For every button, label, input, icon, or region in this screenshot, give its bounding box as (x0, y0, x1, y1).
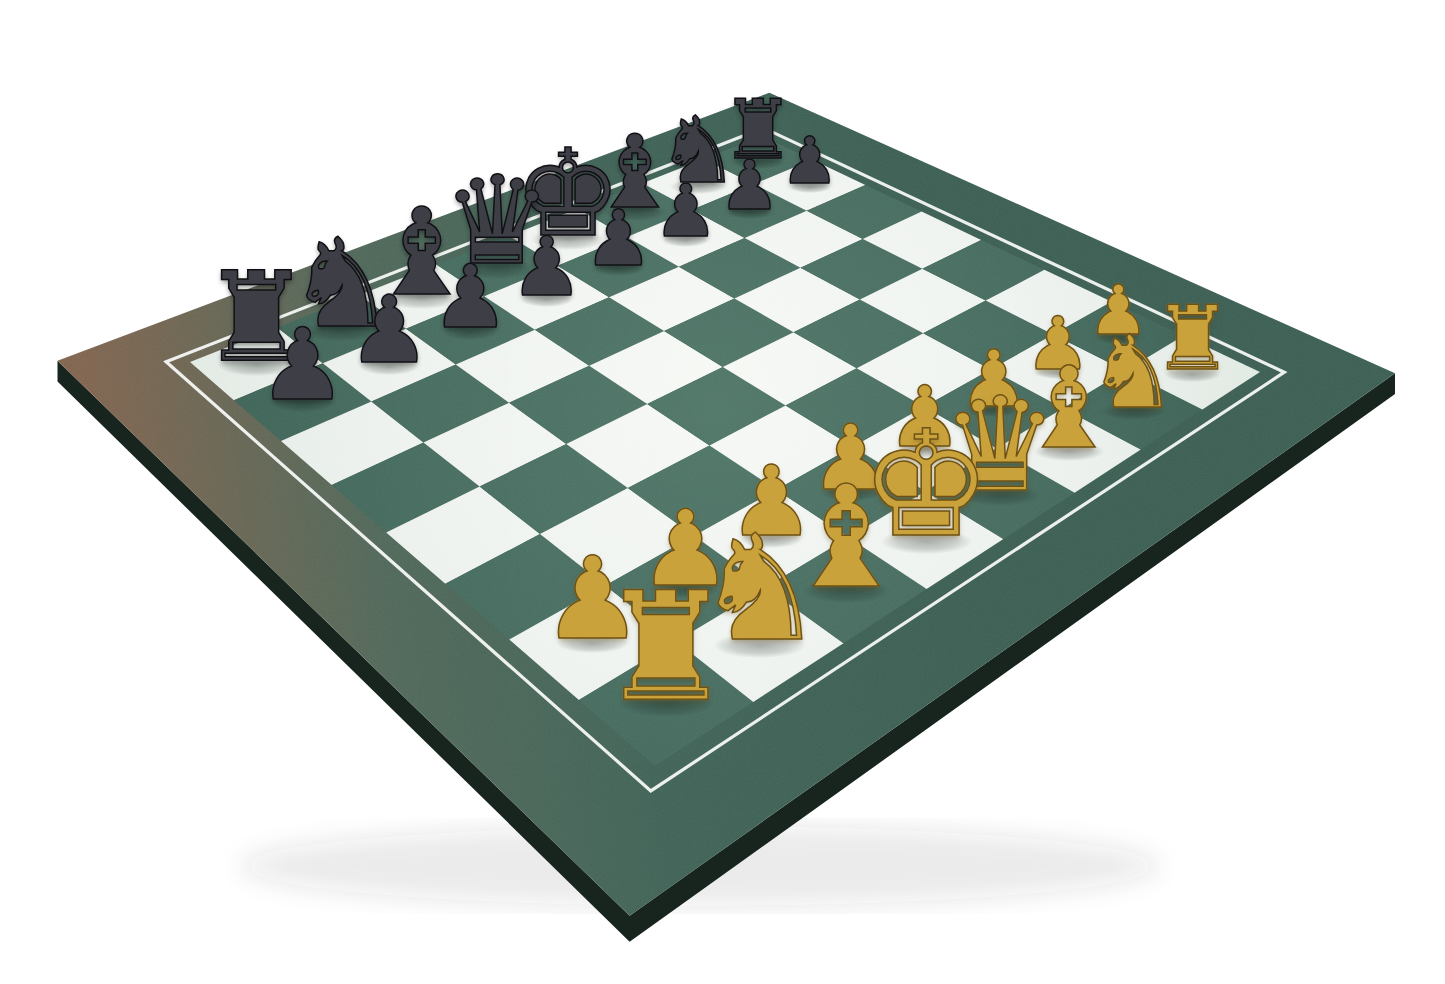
piece-black-pawn-e7[interactable]: ♟ (580, 200, 657, 277)
board-photo-stage: ♜♞♟♝♟♚♟♛♟♝♟♞♟♟♜♟♟♜♟♟♞♟♝♟♛♟♚♟♝♟♞♜ (0, 0, 1445, 984)
piece-black-pawn-h7[interactable]: ♟ (777, 129, 842, 194)
piece-black-pawn-d7[interactable]: ♟ (506, 226, 588, 308)
piece-black-pawn-a7[interactable]: ♟ (253, 315, 352, 414)
piece-black-pawn-c7[interactable]: ♟ (427, 254, 514, 341)
piece-black-pawn-b7[interactable]: ♟ (343, 284, 436, 377)
piece-white-rook-a1[interactable]: ♜ (591, 572, 741, 722)
piece-black-pawn-g7[interactable]: ♟ (715, 151, 784, 220)
piece-black-pawn-f7[interactable]: ♟ (649, 175, 722, 248)
